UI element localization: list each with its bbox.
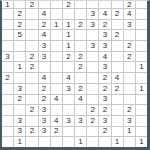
clue-cell: 2 [75,62,86,72]
clue-cell: 2 [112,84,123,94]
clue-cell: 3 [39,52,50,62]
clue-cell: 2 [124,52,135,62]
minesweeper-board: 1222243424221123235413231332323224212231… [0,0,150,150]
empty-cell[interactable] [2,127,13,137]
clue-cell: 3 [99,62,110,72]
clue-cell: 4 [124,9,135,19]
clue-cell: 3 [14,116,25,126]
clue-cell: 2 [26,62,37,72]
clue-cell: 2 [99,105,110,115]
empty-cell[interactable] [124,73,135,83]
empty-cell[interactable] [51,30,62,40]
empty-cell[interactable] [14,73,25,83]
empty-cell[interactable] [87,137,98,147]
empty-cell[interactable] [26,116,37,126]
empty-cell[interactable] [63,127,74,137]
clue-cell: 1 [63,41,74,51]
clue-cell: 4 [39,73,50,83]
clue-cell: 2 [99,127,110,137]
empty-cell[interactable] [112,105,123,115]
empty-cell[interactable] [75,127,86,137]
clue-cell: 3 [87,9,98,19]
clue-cell: 2 [39,84,50,94]
clue-cell: 4 [112,73,123,83]
empty-cell[interactable] [75,9,86,19]
clue-cell: 2 [2,73,13,83]
empty-cell[interactable] [87,62,98,72]
clue-cell: 2 [112,9,123,19]
empty-cell[interactable] [112,20,123,30]
empty-cell[interactable] [14,52,25,62]
empty-cell[interactable] [112,127,123,137]
empty-cell[interactable] [124,95,135,105]
clue-cell: 5 [14,30,25,40]
clue-cell: 1 [63,20,74,30]
clue-cell: 3 [99,95,110,105]
empty-cell[interactable] [136,95,147,105]
empty-cell[interactable] [136,1,147,8]
clue-cell: 2 [26,52,37,62]
empty-cell[interactable] [26,73,37,83]
empty-cell[interactable] [75,73,86,83]
clue-cell: 2 [14,20,25,30]
empty-cell[interactable] [99,1,110,8]
clue-cell: 2 [99,73,110,83]
clue-cell: 4 [51,95,62,105]
empty-cell[interactable] [26,137,37,147]
clue-cell: 2 [39,95,50,105]
clue-cell: 4 [39,30,50,40]
clue-cell: 1 [51,20,62,30]
clue-cell: 3 [14,127,25,137]
clue-cell: 1 [124,127,135,137]
clue-cell: 1 [136,62,147,72]
empty-cell[interactable] [87,95,98,105]
empty-cell[interactable] [51,105,62,115]
empty-cell[interactable] [87,73,98,83]
empty-cell[interactable] [51,73,62,83]
clue-cell: 2 [63,1,74,8]
empty-cell[interactable] [87,84,98,94]
clue-cell: 3 [124,116,135,126]
clue-cell: 2 [124,1,135,8]
clue-cell: 2 [112,30,123,40]
clue-cell: 3 [39,116,50,126]
empty-cell[interactable] [136,116,147,126]
empty-cell[interactable] [124,137,135,147]
empty-cell[interactable] [14,1,25,8]
empty-cell[interactable] [63,137,74,147]
empty-cell[interactable] [51,1,62,8]
empty-cell[interactable] [14,105,25,115]
empty-cell[interactable] [51,137,62,147]
empty-cell[interactable] [51,52,62,62]
clue-cell: 1 [75,137,86,147]
clue-cell: 3 [99,41,110,51]
clue-cell: 1 [14,62,25,72]
empty-cell[interactable] [75,30,86,40]
empty-cell[interactable] [136,41,147,51]
clue-cell: 4 [63,73,74,83]
empty-cell[interactable] [87,127,98,137]
clue-cell: 3 [14,84,25,94]
empty-cell[interactable] [87,52,98,62]
clue-cell: 2 [75,20,86,30]
empty-cell[interactable] [39,62,50,72]
empty-cell[interactable] [136,73,147,83]
empty-cell[interactable] [26,9,37,19]
clue-cell: 1 [112,137,123,147]
empty-cell[interactable] [26,84,37,94]
clue-cell: 1 [63,30,74,40]
clue-cell: 4 [99,52,110,62]
empty-cell[interactable] [75,1,86,8]
clue-cell: 2 [51,127,62,137]
empty-cell[interactable] [26,41,37,51]
empty-cell[interactable] [2,62,13,72]
empty-cell[interactable] [124,62,135,72]
empty-cell[interactable] [112,41,123,51]
clue-cell: 1 [14,137,25,147]
empty-cell[interactable] [75,105,86,115]
clue-cell: 2 [63,52,74,62]
empty-cell[interactable] [51,9,62,19]
empty-cell[interactable] [51,41,62,51]
empty-cell[interactable] [112,1,123,8]
clue-cell: 3 [63,84,74,94]
puzzle-thumbnail: 1222243424221123235413231332323224212231… [0,0,150,150]
clue-cell: 4 [51,116,62,126]
clue-cell: 2 [99,20,110,30]
empty-cell[interactable] [112,52,123,62]
empty-cell[interactable] [2,20,13,30]
clue-cell: 3 [99,30,110,40]
clue-cell: 4 [99,9,110,19]
empty-cell[interactable] [87,1,98,8]
clue-cell: 3 [99,116,110,126]
empty-cell[interactable] [63,9,74,19]
empty-cell[interactable] [51,62,62,72]
clue-cell: 1 [2,1,13,8]
empty-cell[interactable] [2,41,13,51]
clue-cell: 2 [14,9,25,19]
empty-cell[interactable] [87,30,98,40]
empty-cell[interactable] [112,62,123,72]
clue-cell: 2 [75,52,86,62]
empty-cell[interactable] [75,41,86,51]
clue-cell: 3 [63,116,74,126]
clue-cell: 2 [26,127,37,137]
empty-cell[interactable] [63,62,74,72]
clue-cell: 2 [75,84,86,94]
empty-cell[interactable] [2,137,13,147]
clue-cell: 1 [136,84,147,94]
clue-cell: 2 [124,41,135,51]
empty-cell[interactable] [14,41,25,51]
empty-cell[interactable] [136,9,147,19]
empty-cell[interactable] [124,30,135,40]
clue-cell: 3 [87,20,98,30]
clue-cell: 3 [75,116,86,126]
empty-cell[interactable] [136,52,147,62]
clue-cell: 2 [87,116,98,126]
clue-cell: 2 [14,95,25,105]
empty-cell[interactable] [2,116,13,126]
empty-cell[interactable] [99,137,110,147]
clue-cell: 2 [99,84,110,94]
clue-cell: 3 [39,105,50,115]
clue-cell: 2 [39,20,50,30]
empty-cell[interactable] [51,84,62,94]
clue-cell: 2 [26,1,37,8]
empty-cell[interactable] [136,20,147,30]
empty-cell[interactable] [2,30,13,40]
empty-cell[interactable] [136,127,147,137]
empty-cell[interactable] [112,95,123,105]
clue-cell: 1 [136,137,147,147]
empty-cell[interactable] [124,84,135,94]
empty-cell[interactable] [39,1,50,8]
empty-cell[interactable] [2,84,13,94]
empty-cell[interactable] [112,116,123,126]
clue-cell: 3 [124,20,135,30]
clue-cell: 4 [39,9,50,19]
clue-cell: 3 [2,52,13,62]
clue-cell: 2 [87,105,98,115]
empty-cell[interactable] [2,95,13,105]
empty-cell[interactable] [39,137,50,147]
empty-cell[interactable] [63,105,74,115]
clue-cell: 2 [124,105,135,115]
clue-cell: 3 [87,41,98,51]
empty-cell[interactable] [26,95,37,105]
clue-cell: 3 [39,41,50,51]
clue-cell: 4 [75,95,86,105]
empty-cell[interactable] [136,105,147,115]
empty-cell[interactable] [26,20,37,30]
empty-cell[interactable] [63,95,74,105]
clue-cell: 2 [26,105,37,115]
empty-cell[interactable] [136,30,147,40]
clue-cell: 3 [39,127,50,137]
empty-cell[interactable] [2,9,13,19]
empty-cell[interactable] [26,30,37,40]
empty-cell[interactable] [2,105,13,115]
